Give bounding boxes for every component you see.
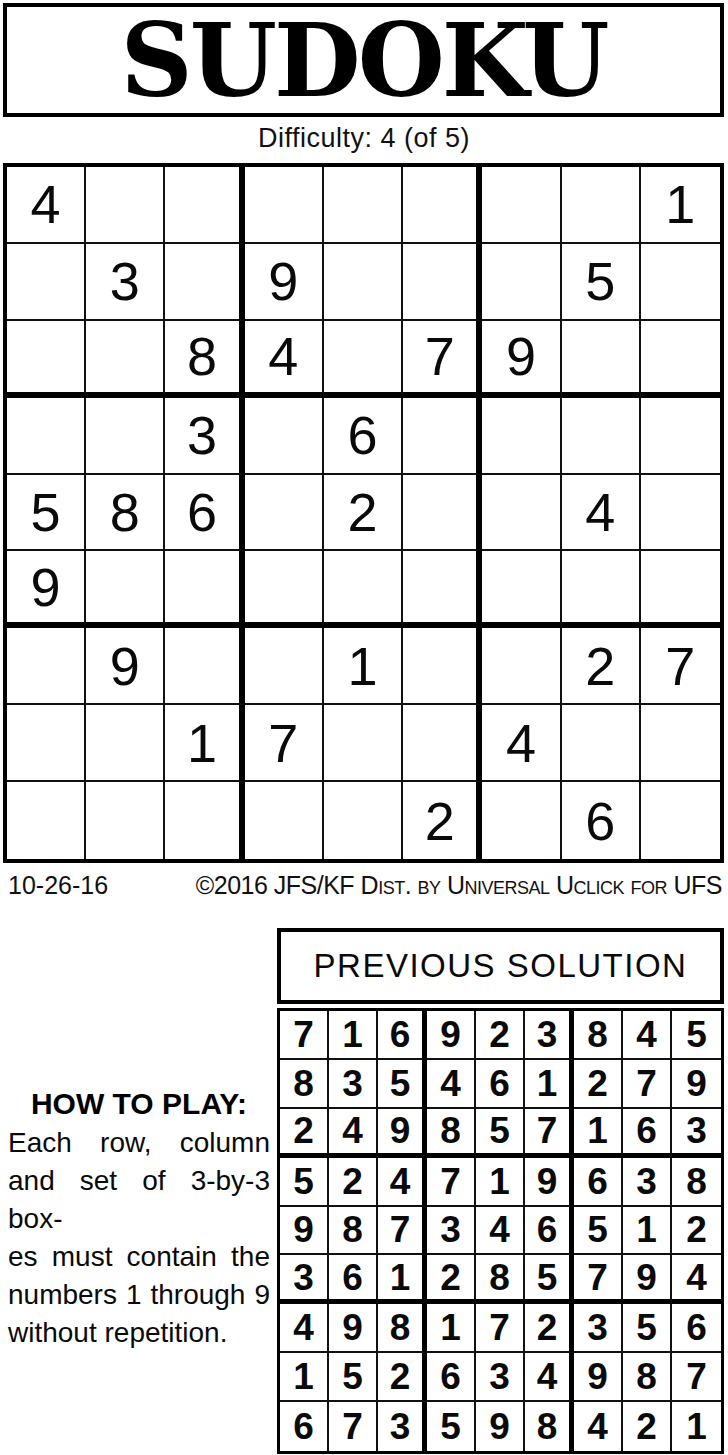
how-to-play-heading: HOW TO PLAY: — [8, 1085, 270, 1123]
solution-cell-r2c9: 9 — [672, 1060, 721, 1109]
solution-cell-r9c7: 4 — [574, 1402, 623, 1451]
solution-cell-r2c2: 3 — [329, 1060, 378, 1109]
puzzle-cell-r3c6[interactable]: 7 — [403, 321, 482, 398]
solution-cell-r8c8: 8 — [623, 1353, 672, 1402]
instructions-line: and set of 3-by-3 box- — [8, 1162, 270, 1238]
solution-cell-r1c4: 9 — [427, 1011, 476, 1060]
solution-cell-r2c8: 7 — [623, 1060, 672, 1109]
previous-solution-title: PREVIOUS SOLUTION — [314, 947, 688, 985]
puzzle-cell-r1c5[interactable] — [324, 167, 403, 244]
puzzle-cell-r9c7[interactable] — [482, 782, 561, 859]
puzzle-cell-r6c7[interactable] — [482, 551, 561, 628]
solution-cell-r5c4: 3 — [427, 1207, 476, 1256]
previous-solution-header-box: PREVIOUS SOLUTION — [277, 928, 724, 1004]
solution-cell-r9c8: 2 — [623, 1402, 672, 1451]
solution-cell-r5c5: 4 — [476, 1207, 525, 1256]
solution-cell-r3c2: 4 — [329, 1109, 378, 1158]
puzzle-cell-r1c1[interactable]: 4 — [7, 167, 86, 244]
solution-cell-r6c3: 1 — [378, 1255, 427, 1304]
puzzle-cell-r1c4[interactable] — [245, 167, 324, 244]
solution-cell-r7c4: 1 — [427, 1304, 476, 1353]
title-box: SUDOKU — [3, 3, 724, 117]
puzzle-cell-r4c9[interactable] — [641, 398, 720, 475]
puzzle-cell-r4c6[interactable] — [403, 398, 482, 475]
puzzle-cell-r5c7[interactable] — [482, 475, 561, 552]
puzzle-cell-r6c9[interactable] — [641, 551, 720, 628]
puzzle-cell-r2c8[interactable]: 5 — [562, 244, 641, 321]
solution-cell-r3c1: 2 — [280, 1109, 329, 1158]
puzzle-cell-r5c6[interactable] — [403, 475, 482, 552]
previous-solution-grid: 7169238458354612792498571635247196389873… — [277, 1008, 724, 1454]
puzzle-cell-r2c6[interactable] — [403, 244, 482, 321]
solution-cell-r1c6: 3 — [525, 1011, 574, 1060]
solution-cell-r8c7: 9 — [574, 1353, 623, 1402]
solution-cell-r5c8: 1 — [623, 1207, 672, 1256]
puzzle-cell-r3c8[interactable] — [562, 321, 641, 398]
solution-cell-r8c3: 2 — [378, 1353, 427, 1402]
puzzle-cell-r8c1[interactable] — [7, 705, 86, 782]
copyright-smallcaps: Dist. by Universal Uclick for — [361, 871, 667, 899]
solution-cell-r7c2: 9 — [329, 1304, 378, 1353]
solution-cell-r3c3: 9 — [378, 1109, 427, 1158]
puzzle-cell-r4c3[interactable]: 3 — [165, 398, 244, 475]
solution-cell-r7c7: 3 — [574, 1304, 623, 1353]
solution-cell-r7c1: 4 — [280, 1304, 329, 1353]
solution-cell-r2c1: 8 — [280, 1060, 329, 1109]
puzzle-cell-r3c7[interactable]: 9 — [482, 321, 561, 398]
puzzle-cell-r6c2[interactable] — [86, 551, 165, 628]
puzzle-cell-r3c2[interactable] — [86, 321, 165, 398]
puzzle-cell-r9c1[interactable] — [7, 782, 86, 859]
puzzle-cell-r8c6[interactable] — [403, 705, 482, 782]
solution-cell-r3c5: 5 — [476, 1109, 525, 1158]
puzzle-cell-r6c8[interactable] — [562, 551, 641, 628]
solution-cell-r8c5: 3 — [476, 1353, 525, 1402]
puzzle-cell-r1c3[interactable] — [165, 167, 244, 244]
instructions-line: es must contain the — [8, 1238, 270, 1276]
puzzle-cell-r5c5[interactable]: 2 — [324, 475, 403, 552]
puzzle-cell-r8c3[interactable]: 1 — [165, 705, 244, 782]
solution-cell-r3c9: 3 — [672, 1109, 721, 1158]
puzzle-cell-r8c5[interactable] — [324, 705, 403, 782]
puzzle-cell-r9c4[interactable] — [245, 782, 324, 859]
puzzle-cell-r6c4[interactable] — [245, 551, 324, 628]
difficulty-label: Difficulty: 4 (of 5) — [0, 123, 728, 153]
instructions-line: without repetition. — [8, 1314, 270, 1352]
solution-cell-r9c2: 7 — [329, 1402, 378, 1451]
solution-cell-r5c2: 8 — [329, 1207, 378, 1256]
copyright-line: ©2016 JFS/KF Dist. by Universal Uclick f… — [196, 871, 722, 900]
solution-cell-r9c3: 3 — [378, 1402, 427, 1451]
puzzle-cell-r5c4[interactable] — [245, 475, 324, 552]
solution-cell-r1c1: 7 — [280, 1011, 329, 1060]
puzzle-cell-r2c5[interactable] — [324, 244, 403, 321]
puzzle-cell-r1c8[interactable] — [562, 167, 641, 244]
solution-cell-r1c2: 1 — [329, 1011, 378, 1060]
solution-cell-r4c7: 6 — [574, 1158, 623, 1207]
solution-cell-r8c9: 7 — [672, 1353, 721, 1402]
puzzle-cell-r9c6[interactable]: 2 — [403, 782, 482, 859]
solution-cell-r7c3: 8 — [378, 1304, 427, 1353]
puzzle-cell-r1c9[interactable]: 1 — [641, 167, 720, 244]
solution-cell-r2c7: 2 — [574, 1060, 623, 1109]
puzzle-cell-r3c4[interactable]: 4 — [245, 321, 324, 398]
puzzle-cell-r6c6[interactable] — [403, 551, 482, 628]
solution-cell-r3c4: 8 — [427, 1109, 476, 1158]
solution-cell-r8c1: 1 — [280, 1353, 329, 1402]
instructions-line: numbers 1 through 9 — [8, 1276, 270, 1314]
solution-cell-r5c7: 5 — [574, 1207, 623, 1256]
solution-cell-r5c3: 7 — [378, 1207, 427, 1256]
puzzle-cell-r9c2[interactable] — [86, 782, 165, 859]
solution-cell-r4c9: 8 — [672, 1158, 721, 1207]
puzzle-cell-r5c8[interactable]: 4 — [562, 475, 641, 552]
solution-cell-r8c6: 4 — [525, 1353, 574, 1402]
footer: 10-26-16 ©2016 JFS/KF Dist. by Universal… — [8, 871, 722, 909]
puzzle-cell-r5c2[interactable]: 8 — [86, 475, 165, 552]
solution-cell-r4c4: 7 — [427, 1158, 476, 1207]
puzzle-cell-r4c2[interactable] — [86, 398, 165, 475]
puzzle-cell-r4c7[interactable] — [482, 398, 561, 475]
puzzle-cell-r8c4[interactable]: 7 — [245, 705, 324, 782]
puzzle-cell-r4c5[interactable]: 6 — [324, 398, 403, 475]
solution-cell-r1c9: 5 — [672, 1011, 721, 1060]
puzzle-cell-r4c8[interactable] — [562, 398, 641, 475]
solution-cell-r7c8: 5 — [623, 1304, 672, 1353]
solution-cell-r4c2: 2 — [329, 1158, 378, 1207]
solution-cell-r1c5: 2 — [476, 1011, 525, 1060]
puzzle-cell-r9c3[interactable] — [165, 782, 244, 859]
solution-cell-r4c5: 1 — [476, 1158, 525, 1207]
puzzle-cell-r6c5[interactable] — [324, 551, 403, 628]
solution-cell-r3c6: 7 — [525, 1109, 574, 1158]
puzzle-cell-r2c2[interactable]: 3 — [86, 244, 165, 321]
puzzle-cell-r5c3[interactable]: 6 — [165, 475, 244, 552]
solution-cell-r4c1: 5 — [280, 1158, 329, 1207]
solution-cell-r2c6: 1 — [525, 1060, 574, 1109]
puzzle-cell-r4c1[interactable] — [7, 398, 86, 475]
copyright-suffix: UFS — [674, 871, 723, 899]
puzzle-cell-r7c6[interactable] — [403, 628, 482, 705]
puzzle-cell-r3c3[interactable]: 8 — [165, 321, 244, 398]
solution-cell-r5c6: 6 — [525, 1207, 574, 1256]
solution-cell-r6c7: 7 — [574, 1255, 623, 1304]
solution-cell-r4c6: 9 — [525, 1158, 574, 1207]
puzzle-cell-r2c7[interactable] — [482, 244, 561, 321]
solution-cell-r5c9: 2 — [672, 1207, 721, 1256]
solution-cell-r6c9: 4 — [672, 1255, 721, 1304]
puzzle-cell-r9c5[interactable] — [324, 782, 403, 859]
puzzle-grid: 41395847936586249912717426 — [3, 163, 724, 863]
puzzle-cell-r3c9[interactable] — [641, 321, 720, 398]
puzzle-cell-r9c9[interactable] — [641, 782, 720, 859]
solution-cell-r8c2: 5 — [329, 1353, 378, 1402]
solution-cell-r3c8: 6 — [623, 1109, 672, 1158]
puzzle-cell-r7c8[interactable]: 2 — [562, 628, 641, 705]
solution-cell-r4c3: 4 — [378, 1158, 427, 1207]
puzzle-cell-r7c4[interactable] — [245, 628, 324, 705]
solution-cell-r6c1: 3 — [280, 1255, 329, 1304]
puzzle-cell-r7c7[interactable] — [482, 628, 561, 705]
solution-cell-r1c7: 8 — [574, 1011, 623, 1060]
puzzle-cell-r5c1[interactable]: 5 — [7, 475, 86, 552]
solution-cell-r2c4: 4 — [427, 1060, 476, 1109]
puzzle-cell-r7c1[interactable] — [7, 628, 86, 705]
puzzle-cell-r3c1[interactable] — [7, 321, 86, 398]
solution-cell-r2c3: 5 — [378, 1060, 427, 1109]
solution-cell-r4c8: 3 — [623, 1158, 672, 1207]
puzzle-cell-r2c4[interactable]: 9 — [245, 244, 324, 321]
puzzle-cell-r8c8[interactable] — [562, 705, 641, 782]
solution-cell-r1c3: 6 — [378, 1011, 427, 1060]
solution-cell-r9c9: 1 — [672, 1402, 721, 1451]
solution-cell-r2c5: 6 — [476, 1060, 525, 1109]
puzzle-cell-r1c7[interactable] — [482, 167, 561, 244]
puzzle-cell-r6c1[interactable]: 9 — [7, 551, 86, 628]
solution-cell-r6c6: 5 — [525, 1255, 574, 1304]
puzzle-cell-r9c8[interactable]: 6 — [562, 782, 641, 859]
puzzle-cell-r2c9[interactable] — [641, 244, 720, 321]
solution-cell-r6c5: 8 — [476, 1255, 525, 1304]
solution-cell-r8c4: 6 — [427, 1353, 476, 1402]
puzzle-cell-r7c2[interactable]: 9 — [86, 628, 165, 705]
solution-cell-r7c6: 2 — [525, 1304, 574, 1353]
puzzle-cell-r7c3[interactable] — [165, 628, 244, 705]
puzzle-cell-r5c9[interactable] — [641, 475, 720, 552]
solution-cell-r9c6: 8 — [525, 1402, 574, 1451]
puzzle-cell-r7c9[interactable]: 7 — [641, 628, 720, 705]
how-to-play: HOW TO PLAY: Each row, column and set of… — [8, 1085, 270, 1352]
solution-cell-r3c7: 1 — [574, 1109, 623, 1158]
puzzle-cell-r1c6[interactable] — [403, 167, 482, 244]
puzzle-cell-r8c7[interactable]: 4 — [482, 705, 561, 782]
solution-cell-r9c4: 5 — [427, 1402, 476, 1451]
sudoku-page: SUDOKU Difficulty: 4 (of 5) 413958479365… — [0, 0, 728, 1455]
puzzle-cell-r4c4[interactable] — [245, 398, 324, 475]
solution-cell-r1c8: 4 — [623, 1011, 672, 1060]
puzzle-cell-r7c5[interactable]: 1 — [324, 628, 403, 705]
puzzle-cell-r8c9[interactable] — [641, 705, 720, 782]
solution-cell-r7c5: 7 — [476, 1304, 525, 1353]
puzzle-cell-r3c5[interactable] — [324, 321, 403, 398]
solution-cell-r6c2: 6 — [329, 1255, 378, 1304]
solution-cell-r7c9: 6 — [672, 1304, 721, 1353]
solution-cell-r9c1: 6 — [280, 1402, 329, 1451]
solution-cell-r6c4: 2 — [427, 1255, 476, 1304]
solution-cell-r6c8: 9 — [623, 1255, 672, 1304]
puzzle-cell-r2c1[interactable] — [7, 244, 86, 321]
solution-cell-r5c1: 9 — [280, 1207, 329, 1256]
copyright-prefix: ©2016 JFS/KF — [196, 871, 354, 899]
puzzle-cell-r6c3[interactable] — [165, 551, 244, 628]
puzzle-cell-r1c2[interactable] — [86, 167, 165, 244]
puzzle-date: 10-26-16 — [8, 871, 108, 900]
instructions-line: Each row, column — [8, 1124, 270, 1162]
puzzle-cell-r2c3[interactable] — [165, 244, 244, 321]
puzzle-cell-r8c2[interactable] — [86, 705, 165, 782]
page-title: SUDOKU — [121, 9, 607, 111]
solution-cell-r9c5: 9 — [476, 1402, 525, 1451]
